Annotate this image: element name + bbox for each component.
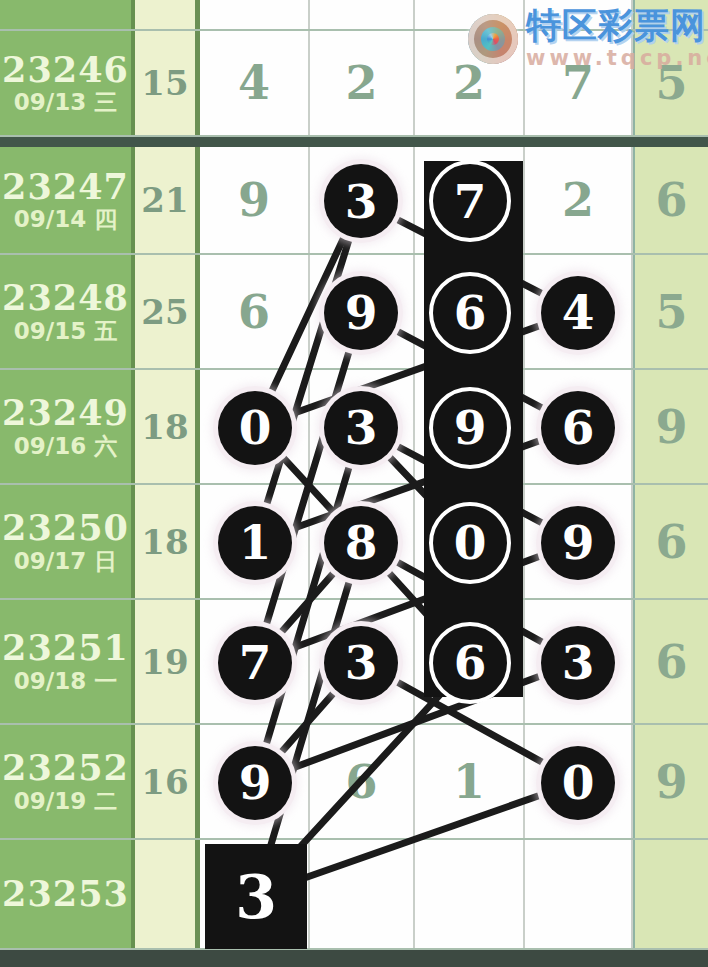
bar-circle-23248-6: 6 xyxy=(429,272,511,354)
bar-circle-23247-7: 7 xyxy=(429,160,511,242)
lottery-trend-chart: 2324609/13 三15422752324709/14 四219262324… xyxy=(0,0,708,967)
bar-circle-23251-6: 6 xyxy=(429,622,511,704)
site-logo-icon xyxy=(468,14,518,64)
drawn-circle-23252-9: 9 xyxy=(218,746,292,820)
bar-circle-23250-0: 0 xyxy=(429,502,511,584)
bar-circle-23249-9: 9 xyxy=(429,387,511,469)
drawn-circle-23250-8: 8 xyxy=(324,506,398,580)
drawn-circle-23251-3: 3 xyxy=(541,626,615,700)
drawn-circle-23252-0: 0 xyxy=(541,746,615,820)
connector-lines xyxy=(0,0,708,967)
drawn-circle-23247-3: 3 xyxy=(324,164,398,238)
drawn-circle-23250-1: 1 xyxy=(218,506,292,580)
watermark-url: www.tqcp.net xyxy=(526,46,708,70)
drawn-circle-23249-3: 3 xyxy=(324,391,398,465)
drawn-circle-23251-7: 7 xyxy=(218,626,292,700)
drawn-circle-23248-9: 9 xyxy=(324,276,398,350)
drawn-circle-23250-9: 9 xyxy=(541,506,615,580)
site-watermark: 特区彩票网 www.tqcp.net xyxy=(468,8,708,70)
watermark-site-name: 特区彩票网 xyxy=(526,8,708,43)
drawn-circle-23248-4: 4 xyxy=(541,276,615,350)
test-number-square-3: 3 xyxy=(205,844,307,949)
drawn-circle-23249-6: 6 xyxy=(541,391,615,465)
drawn-circle-23249-0: 0 xyxy=(218,391,292,465)
drawn-circle-23251-3: 3 xyxy=(324,626,398,700)
